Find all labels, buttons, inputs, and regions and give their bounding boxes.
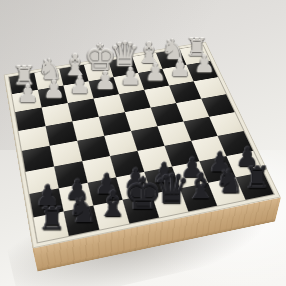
square-a7 bbox=[226, 151, 263, 177]
square-f8 bbox=[93, 200, 129, 230]
square-e6 bbox=[110, 151, 144, 177]
square-h5 bbox=[22, 146, 54, 172]
square-e5 bbox=[104, 131, 137, 156]
square-h6 bbox=[26, 166, 59, 193]
square-f6 bbox=[82, 156, 116, 183]
square-b8 bbox=[208, 177, 246, 205]
square-b6 bbox=[191, 136, 226, 161]
square-b7 bbox=[199, 156, 235, 183]
square-g6 bbox=[54, 161, 88, 188]
square-c8 bbox=[180, 183, 217, 212]
square-g7 bbox=[59, 183, 94, 212]
chess-box: ♜♞♝♛♚♝♞♜♟♟♟♟♟♟♟♟♟♟♟♟♟♟♟♟♜♞♝♛♚♝♞♜ bbox=[4, 42, 281, 249]
square-h8 bbox=[33, 211, 68, 242]
square-e7 bbox=[116, 172, 151, 200]
camera-perspective: ♜♞♝♛♚♝♞♜♟♟♟♟♟♟♟♟♟♟♟♟♟♟♟♟♜♞♝♛♚♝♞♜ bbox=[0, 0, 286, 286]
square-a5 bbox=[209, 112, 243, 136]
square-h7 bbox=[29, 188, 63, 217]
square-d6 bbox=[137, 146, 172, 172]
square-a8 bbox=[236, 172, 274, 200]
square-e8 bbox=[123, 194, 159, 224]
square-g5 bbox=[50, 141, 83, 167]
chess-set-photo: ♜♞♝♛♚♝♞♜♟♟♟♟♟♟♟♟♟♟♟♟♟♟♟♟♜♞♝♛♚♝♞♜ bbox=[0, 0, 286, 286]
square-f5 bbox=[77, 136, 110, 161]
square-c6 bbox=[165, 141, 200, 167]
square-a6 bbox=[218, 131, 253, 156]
square-f7 bbox=[88, 177, 123, 205]
square-d7 bbox=[144, 167, 180, 194]
square-g8 bbox=[64, 206, 100, 236]
square-c7 bbox=[172, 161, 208, 188]
square-d8 bbox=[151, 188, 188, 217]
square-h4 bbox=[18, 126, 49, 151]
